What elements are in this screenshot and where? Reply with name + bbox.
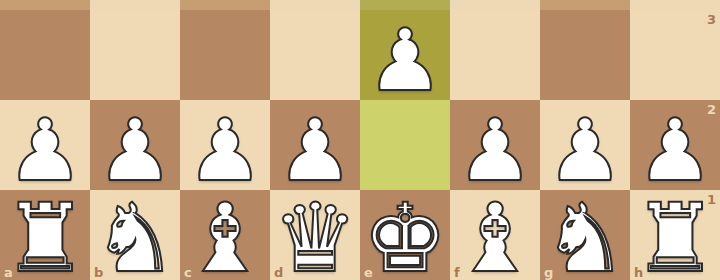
white-knight[interactable]: ♞ [542,191,627,280]
file-coordinate-c: c [184,265,192,280]
white-bishop[interactable]: ♝ [182,191,267,280]
square-g3[interactable] [540,10,630,100]
square-d2[interactable]: ♟ [270,100,360,190]
file-coordinate-e: e [364,265,373,280]
square-b4[interactable] [90,0,180,10]
square-d4[interactable] [270,0,360,10]
white-pawn[interactable]: ♟ [96,107,173,193]
square-g2[interactable]: ♟ [540,100,630,190]
square-d1[interactable]: ♛d [270,190,360,280]
square-f4[interactable] [450,0,540,10]
white-rook[interactable]: ♜ [632,191,717,280]
white-pawn[interactable]: ♟ [366,17,443,103]
file-coordinate-h: h [634,265,643,280]
square-a2[interactable]: ♟ [0,100,90,190]
file-coordinate-b: b [94,265,103,280]
square-a1[interactable]: ♜a [0,190,90,280]
square-a3[interactable] [0,10,90,100]
square-g4[interactable] [540,0,630,10]
square-h1[interactable]: ♜1h [630,190,720,280]
square-f2[interactable]: ♟ [450,100,540,190]
square-f1[interactable]: ♝f [450,190,540,280]
square-b2[interactable]: ♟ [90,100,180,190]
white-pawn[interactable]: ♟ [186,107,263,193]
chess-board: ♟3♟♟♟♟♟♟♟2♜a♞b♝c♛d♚e♝f♞g♜1h [0,0,720,280]
square-b3[interactable] [90,10,180,100]
file-coordinate-g: g [544,265,553,280]
rank-coordinate-2: 2 [707,102,716,117]
square-b1[interactable]: ♞b [90,190,180,280]
white-pawn[interactable]: ♟ [276,107,353,193]
square-c1[interactable]: ♝c [180,190,270,280]
square-c2[interactable]: ♟ [180,100,270,190]
square-h2[interactable]: ♟2 [630,100,720,190]
white-bishop[interactable]: ♝ [452,191,537,280]
square-h3[interactable]: 3 [630,10,720,100]
square-e4[interactable] [360,0,450,10]
square-e1[interactable]: ♚e [360,190,450,280]
rank-coordinate-3: 3 [707,12,716,27]
white-pawn[interactable]: ♟ [636,107,713,193]
square-g1[interactable]: ♞g [540,190,630,280]
square-f3[interactable] [450,10,540,100]
file-coordinate-f: f [454,265,460,280]
square-d3[interactable] [270,10,360,100]
white-pawn[interactable]: ♟ [456,107,533,193]
white-knight[interactable]: ♞ [92,191,177,280]
white-pawn[interactable]: ♟ [6,107,83,193]
square-c3[interactable] [180,10,270,100]
file-coordinate-a: a [4,265,13,280]
white-queen[interactable]: ♛ [272,191,357,280]
square-e3[interactable]: ♟ [360,10,450,100]
square-e2[interactable] [360,100,450,190]
white-pawn[interactable]: ♟ [546,107,623,193]
white-king[interactable]: ♚ [362,191,447,280]
square-c4[interactable] [180,0,270,10]
square-h4[interactable] [630,0,720,10]
rank-coordinate-1: 1 [707,192,716,207]
chess-board-viewport: ♟3♟♟♟♟♟♟♟2♜a♞b♝c♛d♚e♝f♞g♜1h [0,0,720,280]
square-a4[interactable] [0,0,90,10]
file-coordinate-d: d [274,265,283,280]
white-rook[interactable]: ♜ [2,191,87,280]
